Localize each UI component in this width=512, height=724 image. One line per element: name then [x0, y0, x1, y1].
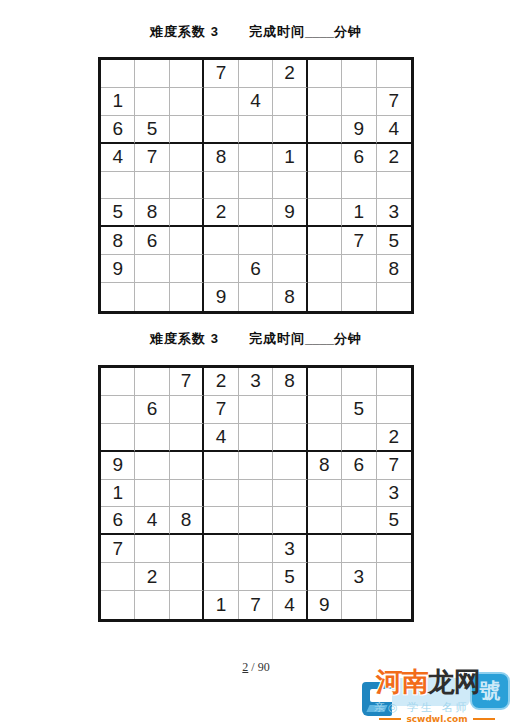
- sudoku-cell-r4c6: [273, 452, 307, 480]
- sudoku-cell-r6c6: 9: [273, 199, 307, 227]
- sudoku-cell-r9c8: [342, 591, 376, 619]
- sudoku-cell-r6c8: 1: [342, 199, 376, 227]
- sudoku-cell-r6c8: [342, 507, 376, 535]
- sudoku-cell-r8c1: [101, 563, 135, 591]
- sudoku-cell-r2c2: 6: [135, 396, 169, 424]
- sudoku-cell-r9c9: [377, 283, 411, 311]
- sudoku-cell-r7c6: 3: [273, 535, 307, 563]
- sudoku-cell-r4c1: 4: [101, 144, 135, 172]
- sudoku-cell-r4c3: [170, 144, 204, 172]
- sudoku-cell-r8c4: [204, 255, 238, 283]
- sudoku-cell-r5c6: [273, 172, 307, 200]
- sudoku-cell-r1c2: [135, 60, 169, 88]
- sudoku-cell-r7c3: [170, 535, 204, 563]
- sudoku-cell-r7c8: [342, 535, 376, 563]
- sudoku-board-2: 7238675429867136485732531749: [98, 365, 414, 622]
- sudoku-cell-r1c8: [342, 368, 376, 396]
- sudoku-cell-r5c7: [308, 172, 342, 200]
- sudoku-cell-r9c4: 1: [204, 591, 238, 619]
- dash-right: [473, 718, 495, 720]
- sudoku-cell-r5c5: [239, 172, 273, 200]
- sudoku-cell-r9c5: [239, 283, 273, 311]
- sudoku-cell-r5c3: [170, 172, 204, 200]
- sudoku-board-1: 721476594478162582913867596898: [98, 57, 414, 314]
- sudoku-cell-r8c5: 6: [239, 255, 273, 283]
- sudoku-cell-r4c3: [170, 452, 204, 480]
- sudoku-cell-r2c1: 1: [101, 88, 135, 116]
- sudoku-cell-r1c4: 2: [204, 368, 238, 396]
- sudoku-cell-r9c8: [342, 283, 376, 311]
- sudoku-cell-r5c5: [239, 480, 273, 508]
- total-pages: 90: [258, 660, 270, 674]
- sudoku-cell-r7c4: [204, 227, 238, 255]
- sudoku-cell-r3c9: 4: [377, 116, 411, 144]
- sudoku-cell-r3c2: [135, 424, 169, 452]
- sudoku-cell-r8c3: [170, 255, 204, 283]
- puzzle1-time-blank: ____: [305, 24, 334, 39]
- sudoku-cell-r1c9: [377, 60, 411, 88]
- sudoku-cell-r5c8: [342, 480, 376, 508]
- sudoku-cell-r8c8: [342, 255, 376, 283]
- sudoku-cell-r3c2: 5: [135, 116, 169, 144]
- sudoku-cell-r2c7: [308, 88, 342, 116]
- sudoku-cell-r7c9: [377, 535, 411, 563]
- sudoku-cell-r4c5: [239, 144, 273, 172]
- sudoku-cell-r7c1: 8: [101, 227, 135, 255]
- sudoku-cell-r1c7: [308, 60, 342, 88]
- sudoku-cell-r8c8: 3: [342, 563, 376, 591]
- watermark-title-orange: 河南: [376, 666, 428, 697]
- sudoku-cell-r7c4: [204, 535, 238, 563]
- sudoku-cell-r6c7: [308, 507, 342, 535]
- sudoku-cell-r8c4: [204, 563, 238, 591]
- sudoku-cell-r1c6: 2: [273, 60, 307, 88]
- puzzle2-header: 难度系数 3完成时间____分钟: [0, 330, 512, 348]
- sudoku-cell-r3c6: [273, 424, 307, 452]
- sudoku-cell-r6c4: 2: [204, 199, 238, 227]
- sudoku-cell-r6c3: [170, 199, 204, 227]
- sudoku-cell-r2c9: [377, 396, 411, 424]
- sudoku-cell-r9c6: 4: [273, 591, 307, 619]
- sudoku-cell-r4c2: [135, 452, 169, 480]
- sudoku-cell-r4c9: 2: [377, 144, 411, 172]
- sudoku-cell-r7c5: [239, 535, 273, 563]
- sudoku-cell-r8c1: 9: [101, 255, 135, 283]
- sudoku-cell-r7c2: [135, 535, 169, 563]
- page-separator: /: [248, 660, 257, 674]
- sudoku-cell-r5c2: [135, 172, 169, 200]
- sudoku-cell-r4c8: 6: [342, 144, 376, 172]
- sudoku-cell-r5c4: [204, 480, 238, 508]
- sudoku-cell-r5c1: [101, 172, 135, 200]
- sudoku-cell-r6c4: [204, 507, 238, 535]
- sudoku-cell-r3c3: [170, 116, 204, 144]
- sudoku-cell-r9c4: 9: [204, 283, 238, 311]
- sudoku-cell-r9c1: [101, 283, 135, 311]
- sudoku-cell-r3c7: [308, 424, 342, 452]
- sudoku-cell-r9c3: [170, 283, 204, 311]
- sudoku-cell-r7c2: 6: [135, 227, 169, 255]
- sudoku-cell-r2c5: 4: [239, 88, 273, 116]
- sudoku-cell-r5c6: [273, 480, 307, 508]
- sudoku-cell-r1c3: [170, 60, 204, 88]
- sudoku-cell-r7c1: 7: [101, 535, 135, 563]
- sudoku-cell-r1c4: 7: [204, 60, 238, 88]
- sudoku-cell-r5c9: 3: [377, 480, 411, 508]
- sudoku-cell-r2c4: 7: [204, 396, 238, 424]
- worksheet-page: 难度系数 3完成时间____分钟 72147659447816258291386…: [0, 0, 512, 724]
- sudoku-cell-r4c7: 8: [308, 452, 342, 480]
- sudoku-cell-r9c3: [170, 591, 204, 619]
- sudoku-cell-r8c6: [273, 255, 307, 283]
- sudoku-cell-r4c4: [204, 452, 238, 480]
- sudoku-cell-r5c2: [135, 480, 169, 508]
- sudoku-cell-r4c8: 6: [342, 452, 376, 480]
- sudoku-cell-r9c2: [135, 283, 169, 311]
- sudoku-cell-r6c1: 6: [101, 507, 135, 535]
- sudoku-cell-r1c1: [101, 368, 135, 396]
- sudoku-cell-r5c4: [204, 172, 238, 200]
- sudoku-cell-r3c6: [273, 116, 307, 144]
- sudoku-cell-r3c4: 4: [204, 424, 238, 452]
- puzzle2-time-unit: 分钟: [334, 331, 362, 346]
- sudoku-cell-r1c2: [135, 368, 169, 396]
- sudoku-cell-r7c8: 7: [342, 227, 376, 255]
- sudoku-cell-r6c1: 5: [101, 199, 135, 227]
- sudoku-cell-r5c1: 1: [101, 480, 135, 508]
- sudoku-cell-r6c3: 8: [170, 507, 204, 535]
- sudoku-cell-r1c6: 8: [273, 368, 307, 396]
- sudoku-cell-r8c5: [239, 563, 273, 591]
- sudoku-cell-r6c2: 8: [135, 199, 169, 227]
- sudoku-cell-r8c6: 5: [273, 563, 307, 591]
- sudoku-cell-r6c7: [308, 199, 342, 227]
- sudoku-cell-r9c7: [308, 283, 342, 311]
- sudoku-cell-r7c7: [308, 535, 342, 563]
- sudoku-cell-r3c7: [308, 116, 342, 144]
- sudoku-cell-r3c9: 2: [377, 424, 411, 452]
- puzzle2-difficulty-label: 难度系数 3: [150, 331, 219, 346]
- sudoku-cell-r2c9: 7: [377, 88, 411, 116]
- sudoku-cell-r4c5: [239, 452, 273, 480]
- sudoku-cell-r8c3: [170, 563, 204, 591]
- sudoku-cell-r4c4: 8: [204, 144, 238, 172]
- sudoku-cell-r3c8: [342, 424, 376, 452]
- puzzle2-time-blank: ____: [305, 331, 334, 346]
- sudoku-cell-r8c7: [308, 255, 342, 283]
- sudoku-cell-r7c5: [239, 227, 273, 255]
- sudoku-cell-r6c2: 4: [135, 507, 169, 535]
- sudoku-cell-r1c7: [308, 368, 342, 396]
- sudoku-cell-r1c9: [377, 368, 411, 396]
- sudoku-cell-r7c7: [308, 227, 342, 255]
- puzzle1-time-unit: 分钟: [334, 24, 362, 39]
- sudoku-cell-r2c7: [308, 396, 342, 424]
- sudoku-cell-r8c9: [377, 563, 411, 591]
- sudoku-cell-r1c1: [101, 60, 135, 88]
- sudoku-cell-r1c5: [239, 60, 273, 88]
- sudoku-cell-r2c4: [204, 88, 238, 116]
- sudoku-cell-r3c1: 6: [101, 116, 135, 144]
- sudoku-cell-r5c9: [377, 172, 411, 200]
- sudoku-cell-r6c5: [239, 199, 273, 227]
- sudoku-cell-r7c6: [273, 227, 307, 255]
- sudoku-cell-r6c6: [273, 507, 307, 535]
- sudoku-cell-r9c2: [135, 591, 169, 619]
- sudoku-cell-r3c5: [239, 116, 273, 144]
- site-watermark: 號 亲◎ 学生 名师 河南龙网 scwdwl.com: [362, 670, 512, 724]
- sudoku-cell-r2c2: [135, 88, 169, 116]
- puzzle2-time-label: 完成时间: [249, 331, 305, 346]
- sudoku-cell-r3c1: [101, 424, 135, 452]
- sudoku-cell-r2c3: [170, 88, 204, 116]
- sudoku-cell-r2c6: [273, 88, 307, 116]
- sudoku-cell-r1c5: 3: [239, 368, 273, 396]
- sudoku-cell-r8c9: 8: [377, 255, 411, 283]
- sudoku-cell-r6c9: 3: [377, 199, 411, 227]
- sudoku-cell-r7c9: 5: [377, 227, 411, 255]
- puzzle1-header: 难度系数 3完成时间____分钟: [0, 23, 512, 41]
- sudoku-cell-r2c8: [342, 88, 376, 116]
- sudoku-cell-r9c5: 7: [239, 591, 273, 619]
- sudoku-cell-r3c5: [239, 424, 273, 452]
- sudoku-cell-r2c3: [170, 396, 204, 424]
- puzzle1-difficulty-label: 难度系数 3: [150, 24, 219, 39]
- sudoku-cell-r5c7: [308, 480, 342, 508]
- watermark-url-text: scwdwl.com: [406, 714, 467, 724]
- watermark-title: 河南龙网: [376, 668, 480, 695]
- sudoku-cell-r3c4: [204, 116, 238, 144]
- sudoku-cell-r6c5: [239, 507, 273, 535]
- sudoku-cell-r5c8: [342, 172, 376, 200]
- sudoku-cell-r5c3: [170, 480, 204, 508]
- sudoku-cell-r2c1: [101, 396, 135, 424]
- sudoku-cell-r2c5: [239, 396, 273, 424]
- sudoku-cell-r1c3: 7: [170, 368, 204, 396]
- sudoku-cell-r2c6: [273, 396, 307, 424]
- sudoku-cell-r9c6: 8: [273, 283, 307, 311]
- sudoku-cell-r3c3: [170, 424, 204, 452]
- sudoku-cell-r4c9: 7: [377, 452, 411, 480]
- sudoku-cell-r4c1: 9: [101, 452, 135, 480]
- watermark-title-dark: 龙网: [428, 666, 480, 697]
- sudoku-cell-r8c2: [135, 255, 169, 283]
- sudoku-cell-r8c7: [308, 563, 342, 591]
- sudoku-cell-r4c2: 7: [135, 144, 169, 172]
- sudoku-cell-r4c7: [308, 144, 342, 172]
- sudoku-cell-r9c9: [377, 591, 411, 619]
- sudoku-cell-r6c9: 5: [377, 507, 411, 535]
- puzzle1-time-label: 完成时间: [249, 24, 305, 39]
- dash-left: [379, 718, 401, 720]
- sudoku-cell-r7c3: [170, 227, 204, 255]
- watermark-subtext: 亲◎ 学生 名师: [374, 700, 494, 715]
- sudoku-cell-r4c6: 1: [273, 144, 307, 172]
- watermark-url: scwdwl.com: [362, 714, 512, 724]
- sudoku-cell-r1c8: [342, 60, 376, 88]
- sudoku-cell-r9c1: [101, 591, 135, 619]
- sudoku-cell-r8c2: 2: [135, 563, 169, 591]
- sudoku-cell-r2c8: 5: [342, 396, 376, 424]
- sudoku-cell-r3c8: 9: [342, 116, 376, 144]
- sudoku-cell-r9c7: 9: [308, 591, 342, 619]
